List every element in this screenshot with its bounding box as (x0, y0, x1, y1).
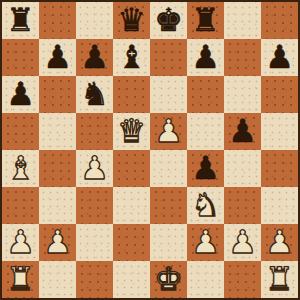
square-g5[interactable]: ♟ (224, 113, 261, 150)
square-h5[interactable] (261, 113, 298, 150)
piece-black-knight[interactable]: ♞ (80, 78, 109, 110)
square-h4[interactable] (261, 150, 298, 187)
square-g8[interactable] (224, 2, 261, 39)
square-f8[interactable]: ♜ (187, 2, 224, 39)
piece-black-pawn[interactable]: ♟ (265, 41, 294, 73)
square-c3[interactable] (76, 187, 113, 224)
square-e5[interactable]: ♟ (150, 113, 187, 150)
square-e2[interactable] (150, 224, 187, 261)
piece-black-pawn[interactable]: ♟ (228, 115, 257, 147)
piece-white-pawn[interactable]: ♟ (228, 226, 257, 258)
square-f4[interactable]: ♟ (187, 150, 224, 187)
square-c4[interactable]: ♟ (76, 150, 113, 187)
square-f2[interactable]: ♟ (187, 224, 224, 261)
piece-white-bishop[interactable]: ♝ (6, 152, 35, 184)
square-h2[interactable]: ♟ (261, 224, 298, 261)
piece-black-bishop[interactable]: ♝ (117, 41, 146, 73)
piece-white-pawn[interactable]: ♟ (6, 226, 35, 258)
square-e6[interactable] (150, 76, 187, 113)
piece-black-queen[interactable]: ♛ (117, 4, 146, 36)
square-g7[interactable] (224, 39, 261, 76)
square-d2[interactable] (113, 224, 150, 261)
piece-black-rook[interactable]: ♜ (191, 4, 220, 36)
piece-black-pawn[interactable]: ♟ (80, 41, 109, 73)
square-a7[interactable] (2, 39, 39, 76)
square-g1[interactable] (224, 261, 261, 298)
piece-white-pawn[interactable]: ♟ (265, 226, 294, 258)
piece-white-pawn[interactable]: ♟ (43, 226, 72, 258)
piece-white-queen[interactable]: ♛ (117, 115, 146, 147)
chess-board-frame: ♜♛♚♜♟♟♝♟♟♟♞♛♟♟♝♟♟♞♟♟♟♟♟♜♚♜ (0, 0, 300, 300)
square-b4[interactable] (39, 150, 76, 187)
piece-black-pawn[interactable]: ♟ (43, 41, 72, 73)
piece-white-pawn[interactable]: ♟ (80, 152, 109, 184)
square-b5[interactable] (39, 113, 76, 150)
piece-white-rook[interactable]: ♜ (6, 263, 35, 295)
square-b2[interactable]: ♟ (39, 224, 76, 261)
square-g2[interactable]: ♟ (224, 224, 261, 261)
square-b1[interactable] (39, 261, 76, 298)
piece-black-rook[interactable]: ♜ (6, 4, 35, 36)
square-h7[interactable]: ♟ (261, 39, 298, 76)
square-c5[interactable] (76, 113, 113, 150)
piece-white-knight[interactable]: ♞ (191, 189, 220, 221)
square-b3[interactable] (39, 187, 76, 224)
piece-white-rook[interactable]: ♜ (265, 263, 294, 295)
square-d7[interactable]: ♝ (113, 39, 150, 76)
square-f5[interactable] (187, 113, 224, 150)
square-d1[interactable] (113, 261, 150, 298)
square-f3[interactable]: ♞ (187, 187, 224, 224)
square-g3[interactable] (224, 187, 261, 224)
piece-white-pawn[interactable]: ♟ (154, 115, 183, 147)
square-f7[interactable]: ♟ (187, 39, 224, 76)
square-e1[interactable]: ♚ (150, 261, 187, 298)
square-a2[interactable]: ♟ (2, 224, 39, 261)
piece-white-pawn[interactable]: ♟ (191, 226, 220, 258)
square-a3[interactable] (2, 187, 39, 224)
square-h6[interactable] (261, 76, 298, 113)
square-e4[interactable] (150, 150, 187, 187)
square-c8[interactable] (76, 2, 113, 39)
square-d3[interactable] (113, 187, 150, 224)
square-g6[interactable] (224, 76, 261, 113)
square-h8[interactable] (261, 2, 298, 39)
piece-white-king[interactable]: ♚ (154, 263, 183, 295)
square-c1[interactable] (76, 261, 113, 298)
square-g4[interactable] (224, 150, 261, 187)
square-c6[interactable]: ♞ (76, 76, 113, 113)
square-b7[interactable]: ♟ (39, 39, 76, 76)
square-e7[interactable] (150, 39, 187, 76)
square-c7[interactable]: ♟ (76, 39, 113, 76)
square-f6[interactable] (187, 76, 224, 113)
square-d8[interactable]: ♛ (113, 2, 150, 39)
piece-black-pawn[interactable]: ♟ (191, 41, 220, 73)
square-a8[interactable]: ♜ (2, 2, 39, 39)
square-d6[interactable] (113, 76, 150, 113)
square-a6[interactable]: ♟ (2, 76, 39, 113)
square-a4[interactable]: ♝ (2, 150, 39, 187)
square-c2[interactable] (76, 224, 113, 261)
square-h1[interactable]: ♜ (261, 261, 298, 298)
square-a5[interactable] (2, 113, 39, 150)
piece-black-pawn[interactable]: ♟ (191, 152, 220, 184)
square-b6[interactable] (39, 76, 76, 113)
square-d4[interactable] (113, 150, 150, 187)
piece-black-king[interactable]: ♚ (154, 4, 183, 36)
piece-black-pawn[interactable]: ♟ (6, 78, 35, 110)
square-a1[interactable]: ♜ (2, 261, 39, 298)
chess-board: ♜♛♚♜♟♟♝♟♟♟♞♛♟♟♝♟♟♞♟♟♟♟♟♜♚♜ (2, 2, 298, 298)
square-e8[interactable]: ♚ (150, 2, 187, 39)
square-e3[interactable] (150, 187, 187, 224)
square-f1[interactable] (187, 261, 224, 298)
square-d5[interactable]: ♛ (113, 113, 150, 150)
square-b8[interactable] (39, 2, 76, 39)
square-h3[interactable] (261, 187, 298, 224)
